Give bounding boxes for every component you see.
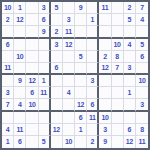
cell-r10c2[interactable]: [14, 112, 26, 124]
cell-r3c6[interactable]: 11: [63, 26, 75, 38]
cell-r7c8[interactable]: 3: [87, 75, 99, 87]
cell-r2c7[interactable]: [75, 14, 87, 26]
cell-r10c5[interactable]: [51, 112, 63, 124]
cell-r8c6[interactable]: 4: [63, 87, 75, 99]
cell-r4c10[interactable]: 10: [112, 39, 124, 51]
cell-r4c9[interactable]: [99, 39, 111, 51]
cell-r3c5[interactable]: 2: [51, 26, 63, 38]
cell-r12c10[interactable]: [112, 136, 124, 148]
cell-r10c8[interactable]: 11: [87, 112, 99, 124]
cell-r6c10[interactable]: 7: [112, 63, 124, 75]
cell-r9c5[interactable]: [51, 99, 63, 111]
cell-r1c5[interactable]: 5: [51, 2, 63, 14]
cell-r7c5[interactable]: [51, 75, 63, 87]
cell-r8c1[interactable]: 3: [2, 87, 14, 99]
cell-r12c2[interactable]: 6: [14, 136, 26, 148]
cell-r11c6[interactable]: [63, 124, 75, 136]
cell-r6c5[interactable]: 6: [51, 63, 63, 75]
cell-r5c10[interactable]: 8: [112, 51, 124, 63]
cell-r10c4[interactable]: [39, 112, 51, 124]
cell-r9c9[interactable]: [99, 99, 111, 111]
cell-r7c6[interactable]: [63, 75, 75, 87]
cell-r3c8[interactable]: [87, 26, 99, 38]
cell-r9c6[interactable]: [63, 99, 75, 111]
cell-r10c1[interactable]: [2, 112, 14, 124]
cell-r12c12[interactable]: 11: [136, 136, 148, 148]
cell-r2c12[interactable]: 4: [136, 14, 148, 26]
cell-r12c6[interactable]: 10: [63, 136, 75, 148]
cell-r7c3[interactable]: 12: [26, 75, 38, 87]
cell-r8c4[interactable]: 11: [39, 87, 51, 99]
cell-r5c9[interactable]: 2: [99, 51, 111, 63]
cell-r12c9[interactable]: 9: [99, 136, 111, 148]
cell-r8c11[interactable]: 1: [124, 87, 136, 99]
cell-r6c3[interactable]: [26, 63, 38, 75]
cell-r3c12[interactable]: [136, 26, 148, 38]
cell-r5c3[interactable]: [26, 51, 38, 63]
cell-r6c2[interactable]: [14, 63, 26, 75]
cell-r10c10[interactable]: [112, 112, 124, 124]
cell-r11c9[interactable]: 3: [99, 124, 111, 136]
cell-r4c5[interactable]: 3: [51, 39, 63, 51]
cell-r12c11[interactable]: 12: [124, 136, 136, 148]
cell-r9c8[interactable]: 6: [87, 99, 99, 111]
cell-r1c12[interactable]: 7: [136, 2, 148, 14]
cell-r11c7[interactable]: 1: [75, 124, 87, 136]
cell-r4c11[interactable]: 4: [124, 39, 136, 51]
cell-r8c3[interactable]: 6: [26, 87, 38, 99]
cell-r11c2[interactable]: 11: [14, 124, 26, 136]
cell-r8c5[interactable]: [51, 87, 63, 99]
cell-r3c2[interactable]: [14, 26, 26, 38]
cell-r8c9[interactable]: [99, 87, 111, 99]
cell-r12c8[interactable]: 2: [87, 136, 99, 148]
cell-r1c3[interactable]: [26, 2, 38, 14]
cell-r1c7[interactable]: 9: [75, 2, 87, 14]
cell-r12c7[interactable]: [75, 136, 87, 148]
cell-r1c1[interactable]: 10: [2, 2, 14, 14]
cell-r6c1[interactable]: 11: [2, 63, 14, 75]
cell-r9c4[interactable]: [39, 99, 51, 111]
cell-r1c2[interactable]: 1: [14, 2, 26, 14]
cell-r8c8[interactable]: [87, 87, 99, 99]
cell-r6c4[interactable]: [39, 63, 51, 75]
cell-r9c2[interactable]: 4: [14, 99, 26, 111]
cell-r3c1[interactable]: [2, 26, 14, 38]
cell-r6c6[interactable]: [63, 63, 75, 75]
cell-r2c2[interactable]: 12: [14, 14, 26, 26]
cell-r5c6[interactable]: [63, 51, 75, 63]
cell-r7c9[interactable]: [99, 75, 111, 87]
cell-r9c12[interactable]: 3: [136, 99, 148, 111]
cell-r2c6[interactable]: 3: [63, 14, 75, 26]
sudoku-board: 1013591127212631549211631210451052861161…: [0, 0, 150, 150]
cell-r9c1[interactable]: 7: [2, 99, 14, 111]
cell-r5c2[interactable]: 10: [14, 51, 26, 63]
cell-r11c10[interactable]: [112, 124, 124, 136]
cell-r2c10[interactable]: [112, 14, 124, 26]
cell-r6c8[interactable]: [87, 63, 99, 75]
cell-r8c12[interactable]: [136, 87, 148, 99]
cell-r7c11[interactable]: [124, 75, 136, 87]
cell-r9c7[interactable]: 12: [75, 99, 87, 111]
cell-r11c12[interactable]: 8: [136, 124, 148, 136]
cell-r2c11[interactable]: 5: [124, 14, 136, 26]
cell-r7c7[interactable]: [75, 75, 87, 87]
cell-r5c7[interactable]: 5: [75, 51, 87, 63]
cell-r3c4[interactable]: 9: [39, 26, 51, 38]
cell-r11c1[interactable]: 4: [2, 124, 14, 136]
cell-r8c2[interactable]: [14, 87, 26, 99]
cell-r5c1[interactable]: [2, 51, 14, 63]
cell-r4c4[interactable]: [39, 39, 51, 51]
cell-r5c12[interactable]: 6: [136, 51, 148, 63]
cell-r8c7[interactable]: [75, 87, 87, 99]
cell-r2c4[interactable]: 6: [39, 14, 51, 26]
cell-r3c9[interactable]: [99, 26, 111, 38]
cell-r11c8[interactable]: [87, 124, 99, 136]
cell-r2c8[interactable]: 1: [87, 14, 99, 26]
cell-r9c11[interactable]: [124, 99, 136, 111]
cell-r11c11[interactable]: 6: [124, 124, 136, 136]
cell-r6c9[interactable]: 12: [99, 63, 111, 75]
cell-r10c7[interactable]: 6: [75, 112, 87, 124]
cell-r3c7[interactable]: [75, 26, 87, 38]
cell-r9c10[interactable]: [112, 99, 124, 111]
cell-r3c11[interactable]: [124, 26, 136, 38]
cell-r9c3[interactable]: 10: [26, 99, 38, 111]
cell-r2c9[interactable]: [99, 14, 111, 26]
cell-r1c9[interactable]: 11: [99, 2, 111, 14]
cell-r12c1[interactable]: 1: [2, 136, 14, 148]
cell-r2c1[interactable]: 2: [2, 14, 14, 26]
cell-r10c12[interactable]: [136, 112, 148, 124]
cell-r4c3[interactable]: [26, 39, 38, 51]
cell-r8c10[interactable]: [112, 87, 124, 99]
cell-r6c7[interactable]: [75, 63, 87, 75]
cell-r10c9[interactable]: 10: [99, 112, 111, 124]
cell-r4c1[interactable]: 6: [2, 39, 14, 51]
cell-r2c3[interactable]: [26, 14, 38, 26]
cell-r10c11[interactable]: [124, 112, 136, 124]
cell-r2c5[interactable]: [51, 14, 63, 26]
cell-r5c8[interactable]: [87, 51, 99, 63]
cell-r10c3[interactable]: [26, 112, 38, 124]
cell-r4c6[interactable]: 12: [63, 39, 75, 51]
cell-r1c8[interactable]: [87, 2, 99, 14]
cell-r7c10[interactable]: [112, 75, 124, 87]
cell-r7c1[interactable]: [2, 75, 14, 87]
cell-r6c11[interactable]: 3: [124, 63, 136, 75]
cell-r11c4[interactable]: [39, 124, 51, 136]
cell-r4c12[interactable]: 5: [136, 39, 148, 51]
cell-r3c3[interactable]: [26, 26, 38, 38]
cell-r1c4[interactable]: 3: [39, 2, 51, 14]
cell-r11c5[interactable]: 12: [51, 124, 63, 136]
cell-r7c12[interactable]: 10: [136, 75, 148, 87]
cell-r4c7[interactable]: [75, 39, 87, 51]
cell-r6c12[interactable]: [136, 63, 148, 75]
cell-r1c11[interactable]: 2: [124, 2, 136, 14]
cell-r12c5[interactable]: [51, 136, 63, 148]
cell-r4c8[interactable]: [87, 39, 99, 51]
cell-r1c6[interactable]: [63, 2, 75, 14]
cell-r5c5[interactable]: [51, 51, 63, 63]
cell-r11c3[interactable]: [26, 124, 38, 136]
cell-r5c11[interactable]: [124, 51, 136, 63]
cell-r3c10[interactable]: [112, 26, 124, 38]
cell-r10c6[interactable]: [63, 112, 75, 124]
cell-r1c10[interactable]: [112, 2, 124, 14]
cell-r7c4[interactable]: 1: [39, 75, 51, 87]
cell-r5c4[interactable]: [39, 51, 51, 63]
cell-r7c2[interactable]: 9: [14, 75, 26, 87]
cell-r12c3[interactable]: [26, 136, 38, 148]
cell-r12c4[interactable]: 5: [39, 136, 51, 148]
cell-r4c2[interactable]: [14, 39, 26, 51]
